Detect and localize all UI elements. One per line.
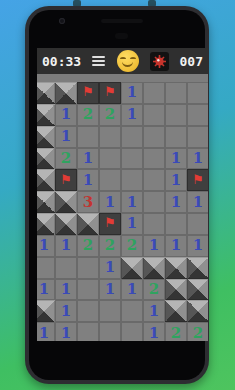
flag-icon: ⚑ [104, 216, 116, 229]
mine-count-number: 1 [105, 195, 115, 210]
cell-r3c5[interactable] [121, 126, 143, 148]
cell-r5c7[interactable]: 1 [165, 169, 187, 191]
flag-icon: ⚑ [82, 85, 94, 98]
cell-r4c4[interactable] [99, 148, 121, 170]
mine-mode-button[interactable] [150, 52, 169, 71]
cell-r9c4[interactable]: 1 [99, 257, 121, 279]
cell-r4c5[interactable] [121, 148, 143, 170]
cell-r5c3[interactable]: 1 [77, 169, 99, 191]
cell-r6c3[interactable]: 3 [77, 191, 99, 213]
mine-count-number: 1 [149, 238, 159, 253]
cell-r10c4[interactable]: 1 [99, 279, 121, 301]
mine-count-number: 1 [61, 129, 71, 144]
cell-r8c1[interactable]: 1 [37, 235, 55, 257]
cell-r10c7[interactable] [165, 279, 187, 301]
cell-r7c5[interactable]: 1 [121, 213, 143, 235]
cell-r12c1[interactable]: 1 [37, 322, 55, 341]
cell-r1c7[interactable] [165, 82, 187, 104]
mine-count-number: 1 [127, 216, 137, 231]
mine-count-number: 1 [39, 326, 49, 341]
cell-r4c3[interactable]: 1 [77, 148, 99, 170]
cell-r4c6[interactable] [143, 148, 165, 170]
cell-r8c4[interactable]: 2 [99, 235, 121, 257]
cell-r2c1[interactable] [37, 104, 55, 126]
cell-r4c7[interactable]: 1 [165, 148, 187, 170]
phone-bezel: 00:33 [29, 10, 205, 380]
cell-r8c5[interactable]: 2 [121, 235, 143, 257]
cell-r11c3[interactable] [77, 300, 99, 322]
cell-r1c4[interactable]: ⚑ [99, 82, 121, 104]
cell-r12c2[interactable]: 1 [55, 322, 77, 341]
mine-count-number: 1 [149, 326, 159, 341]
cell-r6c8[interactable]: 1 [187, 191, 208, 213]
cell-r10c8[interactable] [187, 279, 208, 301]
cell-r7c8[interactable] [187, 213, 208, 235]
mine-count-number: 1 [105, 260, 115, 275]
cell-r11c2[interactable]: 1 [55, 300, 77, 322]
cell-r9c1[interactable] [37, 257, 55, 279]
cell-r6c4[interactable]: 1 [99, 191, 121, 213]
mine-count-number: 2 [105, 107, 115, 122]
cell-r7c1[interactable] [37, 213, 55, 235]
cell-r3c1[interactable] [37, 126, 55, 148]
cell-r7c3[interactable] [77, 213, 99, 235]
cell-r8c6[interactable]: 1 [143, 235, 165, 257]
cell-r6c1[interactable] [37, 191, 55, 213]
cell-r10c5[interactable]: 1 [121, 279, 143, 301]
mine-count-number: 1 [171, 151, 181, 166]
cell-r1c8[interactable] [187, 82, 208, 104]
cell-r7c7[interactable] [165, 213, 187, 235]
mine-count-number: 2 [61, 151, 71, 166]
mine-count-number: 1 [193, 238, 203, 253]
mine-count-number: 2 [83, 238, 93, 253]
phone-frame: 00:33 [25, 6, 209, 384]
cell-r12c8[interactable]: 2 [187, 322, 208, 341]
cell-r12c6[interactable]: 1 [143, 322, 165, 341]
cell-r11c7[interactable] [165, 300, 187, 322]
cell-r1c2[interactable] [55, 82, 77, 104]
mine-count-number: 2 [127, 238, 137, 253]
mine-count-number: 2 [105, 238, 115, 253]
mine-count-number: 1 [193, 151, 203, 166]
cell-r7c2[interactable] [55, 213, 77, 235]
mine-count-number: 1 [61, 238, 71, 253]
mine-count-number: 1 [61, 282, 71, 297]
cell-r10c6[interactable]: 2 [143, 279, 165, 301]
cell-r8c2[interactable]: 1 [55, 235, 77, 257]
cell-r2c3[interactable]: 2 [77, 104, 99, 126]
cell-r11c5[interactable] [121, 300, 143, 322]
mine-count-number: 1 [61, 326, 71, 341]
mine-count-number: 2 [149, 282, 159, 297]
cell-r6c5[interactable]: 1 [121, 191, 143, 213]
board: ⚑⚑1122112111⚑11⚑31111⚑111222111111112111… [37, 82, 208, 341]
cell-r5c6[interactable] [143, 169, 165, 191]
cell-r3c2[interactable]: 1 [55, 126, 77, 148]
cell-r2c5[interactable]: 1 [121, 104, 143, 126]
cell-r10c2[interactable]: 1 [55, 279, 77, 301]
cell-r8c3[interactable]: 2 [77, 235, 99, 257]
cell-r3c6[interactable] [143, 126, 165, 148]
cell-r8c8[interactable]: 1 [187, 235, 208, 257]
cell-r9c2[interactable] [55, 257, 77, 279]
mine-count-number: 1 [171, 173, 181, 188]
cell-r7c6[interactable] [143, 213, 165, 235]
mine-count-number: 1 [39, 282, 49, 297]
cell-r2c8[interactable] [187, 104, 208, 126]
mine-count-number: 1 [127, 282, 137, 297]
cell-r12c3[interactable] [77, 322, 99, 341]
cell-r9c7[interactable] [165, 257, 187, 279]
cell-r1c5[interactable]: 1 [121, 82, 143, 104]
mine-count-number: 1 [61, 304, 71, 319]
cell-r3c4[interactable] [99, 126, 121, 148]
cell-r4c2[interactable]: 2 [55, 148, 77, 170]
flag-icon: ⚑ [104, 85, 116, 98]
front-camera [59, 18, 65, 24]
mine-counter-display: 007 [180, 54, 203, 69]
cell-r2c7[interactable] [165, 104, 187, 126]
cell-r10c3[interactable] [77, 279, 99, 301]
timer-display: 00:33 [42, 54, 81, 69]
app-screen: 00:33 [37, 48, 208, 341]
earpiece-speaker [101, 19, 143, 23]
cell-r6c6[interactable] [143, 191, 165, 213]
mine-count-number: 1 [39, 238, 49, 253]
proximity-sensor [115, 33, 128, 39]
cell-r12c7[interactable]: 2 [165, 322, 187, 341]
mine-count-number: 2 [193, 326, 203, 341]
flag-icon: ⚑ [192, 173, 204, 186]
cell-r2c6[interactable] [143, 104, 165, 126]
cell-r11c8[interactable] [187, 300, 208, 322]
cell-r11c1[interactable] [37, 300, 55, 322]
cell-r11c4[interactable] [99, 300, 121, 322]
reset-smiley-button[interactable] [117, 50, 139, 72]
cell-r5c4[interactable] [99, 169, 121, 191]
cell-r5c5[interactable] [121, 169, 143, 191]
mine-count-number: 1 [149, 304, 159, 319]
mine-count-number: 1 [127, 85, 137, 100]
cell-r3c8[interactable] [187, 126, 208, 148]
flag-icon: ⚑ [60, 173, 72, 186]
hamburger-icon [92, 56, 105, 58]
cell-r2c4[interactable]: 2 [99, 104, 121, 126]
cell-r12c5[interactable] [121, 322, 143, 341]
mine-count-number: 2 [83, 107, 93, 122]
cell-r1c6[interactable] [143, 82, 165, 104]
cell-r2c2[interactable]: 1 [55, 104, 77, 126]
cell-r3c3[interactable] [77, 126, 99, 148]
mine-count-number: 3 [83, 195, 93, 210]
mine-count-number: 1 [171, 238, 181, 253]
cell-r1c1[interactable] [37, 82, 55, 104]
mine-count-number: 1 [61, 107, 71, 122]
cell-r9c3[interactable] [77, 257, 99, 279]
cell-r6c2[interactable] [55, 191, 77, 213]
mine-count-number: 1 [83, 173, 93, 188]
cell-r3c7[interactable] [165, 126, 187, 148]
background-gradient: 00:33 [0, 0, 235, 390]
mine-icon [152, 54, 167, 69]
cell-r8c7[interactable]: 1 [165, 235, 187, 257]
cell-r9c6[interactable] [143, 257, 165, 279]
cell-r9c5[interactable] [121, 257, 143, 279]
mine-count-number: 1 [83, 151, 93, 166]
cell-r12c4[interactable] [99, 322, 121, 341]
cell-r5c1[interactable] [37, 169, 55, 191]
cell-r1c3[interactable]: ⚑ [77, 82, 99, 104]
mine-count-number: 1 [105, 282, 115, 297]
mine-count-number: 1 [127, 195, 137, 210]
cell-r5c2[interactable]: ⚑ [55, 169, 77, 191]
cell-r4c8[interactable]: 1 [187, 148, 208, 170]
cell-r10c1[interactable]: 1 [37, 279, 55, 301]
menu-button[interactable] [92, 56, 106, 66]
mine-count-number: 1 [193, 195, 203, 210]
cell-r4c1[interactable] [37, 148, 55, 170]
mine-count-number: 1 [127, 107, 137, 122]
cell-r11c6[interactable]: 1 [143, 300, 165, 322]
mine-count-number: 1 [171, 195, 181, 210]
cell-r5c8[interactable]: ⚑ [187, 169, 208, 191]
cell-r7c4[interactable]: ⚑ [99, 213, 121, 235]
cell-r6c7[interactable]: 1 [165, 191, 187, 213]
mine-count-number: 2 [171, 326, 181, 341]
game-header: 00:33 [37, 48, 208, 74]
cell-r9c8[interactable] [187, 257, 208, 279]
